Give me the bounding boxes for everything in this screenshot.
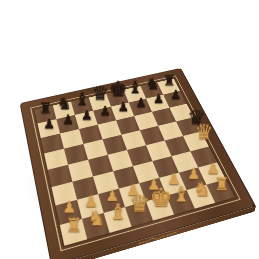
piece-white-bishop-c1: ♝	[101, 191, 135, 223]
pieces-layer: ♜♞♝♛♚♝♞♜♟♟♟♟♟♟♟♟♟♟♟♟♟♟♟♟♜♞♝♛♚♝♞♜♛♛	[20, 68, 256, 259]
piece-white-rook-a1: ♜	[57, 203, 92, 235]
piece-white-pawn-h2: ♟	[197, 146, 228, 175]
piece-black-rook-h8: ♜	[156, 63, 183, 88]
piece-white-knight-b1: ♞	[79, 197, 113, 229]
piece-white-king-e1: ♚	[144, 179, 177, 210]
piece-white-pawn-b2: ♟	[74, 178, 107, 209]
piece-white-pawn-c2: ♟	[96, 172, 129, 203]
piece-black-pawn-b7: ♟	[54, 99, 83, 126]
piece-black-pawn-f7: ♟	[127, 83, 155, 109]
piece-black-knight-b8: ♞	[50, 86, 78, 112]
piece-black-queen-d8: ♛	[87, 78, 115, 104]
chess-board: ♜♞♝♛♚♝♞♜♟♟♟♟♟♟♟♟♟♟♟♟♟♟♟♟♜♞♝♛♚♝♞♜♛♛	[20, 68, 256, 259]
photo-background: ♜♞♝♛♚♝♞♜♟♟♟♟♟♟♟♟♟♟♟♟♟♟♟♟♜♞♝♛♚♝♞♜♛♛	[0, 0, 259, 259]
piece-black-king-e8: ♚	[104, 74, 131, 100]
piece-black-bishop-f8: ♝	[122, 70, 149, 95]
piece-black-pawn-h7: ♟	[162, 75, 189, 101]
piece-black-knight-g8: ♞	[139, 67, 166, 92]
piece-black-bishop-c8: ♝	[69, 82, 97, 108]
perspective-scene: ♜♞♝♛♚♝♞♜♟♟♟♟♟♟♟♟♟♟♟♟♟♟♟♟♜♞♝♛♚♝♞♜♛♛	[0, 0, 259, 259]
piece-black-pawn-g7: ♟	[145, 79, 173, 105]
piece-black-rook-a8: ♜	[32, 90, 60, 116]
